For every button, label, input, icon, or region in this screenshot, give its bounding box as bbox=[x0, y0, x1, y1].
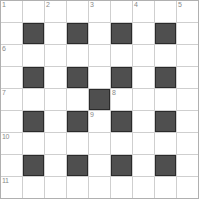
blocked-cell-r4c6 bbox=[111, 67, 132, 88]
grid-cell-r4c3[interactable] bbox=[45, 67, 66, 88]
grid-cell-r1c2[interactable] bbox=[23, 1, 44, 22]
grid-cell-r5c4[interactable] bbox=[67, 89, 88, 110]
grid-cell-r3c1[interactable]: 6 bbox=[1, 45, 22, 66]
clue-number: 3 bbox=[90, 1, 94, 9]
clue-number: 2 bbox=[46, 1, 50, 9]
grid-cell-r7c9[interactable] bbox=[177, 133, 198, 154]
clue-number: 10 bbox=[2, 133, 9, 141]
grid-cell-r8c5[interactable] bbox=[89, 155, 110, 176]
grid-cell-r1c8[interactable] bbox=[155, 1, 176, 22]
grid-cell-r9c8[interactable] bbox=[155, 177, 176, 198]
grid-cell-r3c9[interactable] bbox=[177, 45, 198, 66]
clue-number: 9 bbox=[90, 111, 94, 119]
clue-number: 4 bbox=[134, 1, 138, 9]
grid-cell-r8c7[interactable] bbox=[133, 155, 154, 176]
grid-cell-r1c9[interactable]: 5 bbox=[177, 1, 198, 22]
grid-cell-r2c3[interactable] bbox=[45, 23, 66, 44]
grid-cell-r6c5[interactable]: 9 bbox=[89, 111, 110, 132]
grid-cell-r3c8[interactable] bbox=[155, 45, 176, 66]
grid-cell-r2c1[interactable] bbox=[1, 23, 22, 44]
grid-cell-r5c6[interactable]: 8 bbox=[111, 89, 132, 110]
grid-cell-r9c1[interactable]: 11 bbox=[1, 177, 22, 198]
blocked-cell-r4c8 bbox=[155, 67, 176, 88]
blocked-cell-r8c6 bbox=[111, 155, 132, 176]
grid-cell-r1c1[interactable]: 1 bbox=[1, 1, 22, 22]
grid-cell-r1c4[interactable] bbox=[67, 1, 88, 22]
grid-cell-r2c5[interactable] bbox=[89, 23, 110, 44]
grid-cell-r2c9[interactable] bbox=[177, 23, 198, 44]
clue-number: 5 bbox=[178, 1, 182, 9]
grid-cell-r9c7[interactable] bbox=[133, 177, 154, 198]
grid-cell-r5c7[interactable] bbox=[133, 89, 154, 110]
grid-cell-r3c5[interactable] bbox=[89, 45, 110, 66]
grid-cell-r7c2[interactable] bbox=[23, 133, 44, 154]
grid-cell-r8c3[interactable] bbox=[45, 155, 66, 176]
grid-cell-r7c7[interactable] bbox=[133, 133, 154, 154]
grid-cell-r9c6[interactable] bbox=[111, 177, 132, 198]
grid-cell-r7c3[interactable] bbox=[45, 133, 66, 154]
grid-cell-r7c4[interactable] bbox=[67, 133, 88, 154]
clue-number: 1 bbox=[2, 1, 6, 9]
grid-cell-r1c6[interactable] bbox=[111, 1, 132, 22]
grid-cell-r8c9[interactable] bbox=[177, 155, 198, 176]
grid-cell-r7c6[interactable] bbox=[111, 133, 132, 154]
grid-cell-r4c7[interactable] bbox=[133, 67, 154, 88]
blocked-cell-r4c2 bbox=[23, 67, 44, 88]
blocked-cell-r2c6 bbox=[111, 23, 132, 44]
blocked-cell-r2c8 bbox=[155, 23, 176, 44]
blocked-cell-r6c2 bbox=[23, 111, 44, 132]
crossword-grid: 1234567891011 bbox=[0, 0, 199, 199]
clue-number: 7 bbox=[2, 89, 6, 97]
grid-cell-r9c5[interactable] bbox=[89, 177, 110, 198]
grid-cell-r2c7[interactable] bbox=[133, 23, 154, 44]
grid-cell-r7c1[interactable]: 10 bbox=[1, 133, 22, 154]
grid-cell-r8c1[interactable] bbox=[1, 155, 22, 176]
grid-cell-r5c9[interactable] bbox=[177, 89, 198, 110]
grid-cell-r6c3[interactable] bbox=[45, 111, 66, 132]
grid-cell-r9c4[interactable] bbox=[67, 177, 88, 198]
grid-cell-r3c4[interactable] bbox=[67, 45, 88, 66]
blocked-cell-r8c4 bbox=[67, 155, 88, 176]
grid-cell-r7c5[interactable] bbox=[89, 133, 110, 154]
blocked-cell-r6c4 bbox=[67, 111, 88, 132]
grid-cell-r4c5[interactable] bbox=[89, 67, 110, 88]
grid-cell-r3c3[interactable] bbox=[45, 45, 66, 66]
grid-cell-r3c7[interactable] bbox=[133, 45, 154, 66]
grid-cell-r9c9[interactable] bbox=[177, 177, 198, 198]
grid-cell-r6c1[interactable] bbox=[1, 111, 22, 132]
grid-cell-r3c6[interactable] bbox=[111, 45, 132, 66]
clue-number: 11 bbox=[2, 177, 9, 185]
grid-cell-r7c8[interactable] bbox=[155, 133, 176, 154]
grid-cell-r9c2[interactable] bbox=[23, 177, 44, 198]
grid-cell-r1c5[interactable]: 3 bbox=[89, 1, 110, 22]
blocked-cell-r8c2 bbox=[23, 155, 44, 176]
blocked-cell-r2c2 bbox=[23, 23, 44, 44]
grid-cell-r1c7[interactable]: 4 bbox=[133, 1, 154, 22]
grid-cell-r9c3[interactable] bbox=[45, 177, 66, 198]
clue-number: 8 bbox=[112, 89, 116, 97]
grid-cell-r5c8[interactable] bbox=[155, 89, 176, 110]
grid-cell-r1c3[interactable]: 2 bbox=[45, 1, 66, 22]
blocked-cell-r8c8 bbox=[155, 155, 176, 176]
clue-number: 6 bbox=[2, 45, 6, 53]
grid-cell-r6c9[interactable] bbox=[177, 111, 198, 132]
grid-cell-r6c7[interactable] bbox=[133, 111, 154, 132]
grid-cell-r5c3[interactable] bbox=[45, 89, 66, 110]
grid-cell-r4c9[interactable] bbox=[177, 67, 198, 88]
grid-cell-r4c1[interactable] bbox=[1, 67, 22, 88]
blocked-cell-r6c8 bbox=[155, 111, 176, 132]
blocked-cell-r5c5 bbox=[89, 89, 110, 110]
blocked-cell-r6c6 bbox=[111, 111, 132, 132]
blocked-cell-r4c4 bbox=[67, 67, 88, 88]
grid-cell-r5c2[interactable] bbox=[23, 89, 44, 110]
blocked-cell-r2c4 bbox=[67, 23, 88, 44]
grid-cell-r5c1[interactable]: 7 bbox=[1, 89, 22, 110]
grid-cell-r3c2[interactable] bbox=[23, 45, 44, 66]
